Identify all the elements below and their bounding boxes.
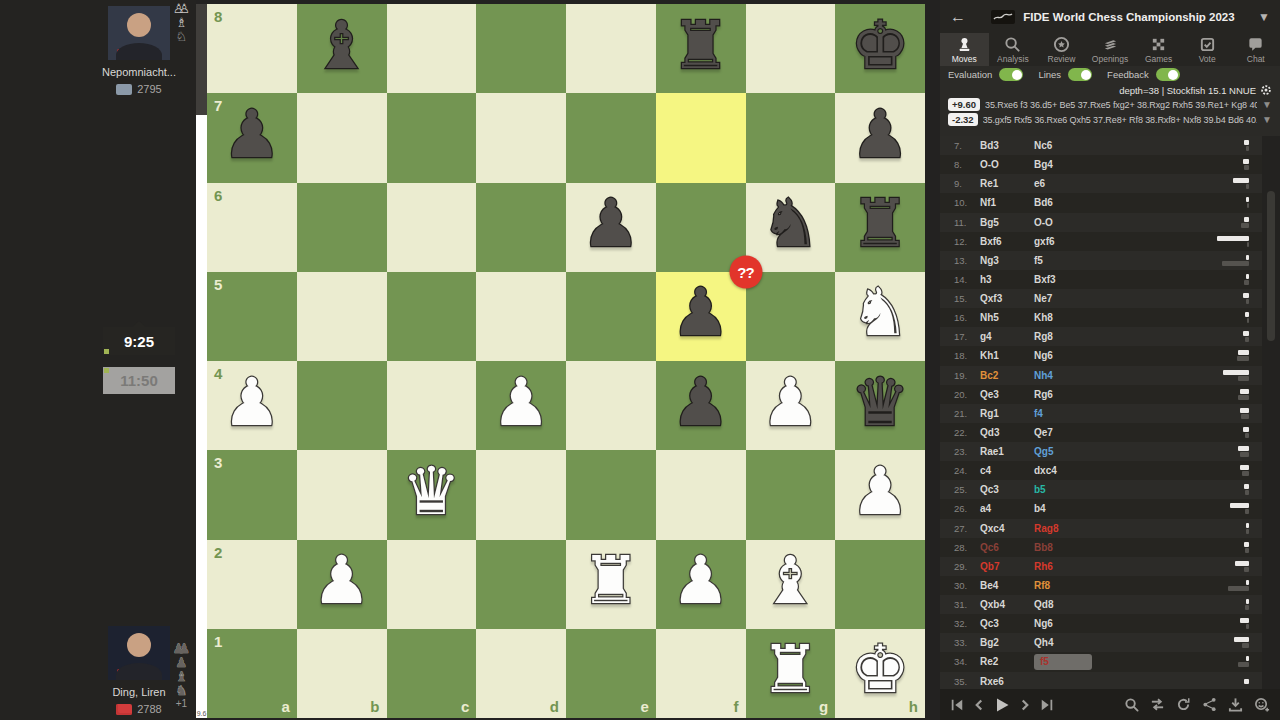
captured-bishop-icon: ♝ [176, 670, 188, 684]
move-time-bars [1246, 523, 1249, 534]
move-time-bars [1240, 618, 1249, 629]
evaluation-value: 9.6 [196, 710, 207, 717]
square-c5[interactable] [387, 272, 477, 361]
square-d4[interactable]: ♟ [476, 361, 566, 450]
next-move-button[interactable] [1019, 698, 1031, 712]
captured-black-tray: ♟♟ ♟ ♝ ♞ +1 [173, 642, 190, 709]
rank-label-2: 2 [214, 545, 222, 560]
black-king-h8[interactable]: ♚ [835, 1, 925, 90]
move-time-bars [1243, 293, 1249, 304]
square-f2[interactable]: ♟ [656, 540, 746, 629]
engine-line-1[interactable]: +9.60 35.Rxe6 f3 36.d5+ Be5 37.Rxe5 fxg2… [940, 97, 1280, 112]
white-pawn-a4[interactable]: ♟ [207, 358, 297, 447]
event-flag-icon [991, 10, 1015, 24]
file-label-c: c [461, 699, 469, 714]
black-move[interactable]: b5 [1034, 484, 1092, 495]
move-time-bars [1241, 217, 1249, 228]
move-time-bars [1243, 331, 1249, 342]
square-c1[interactable]: c [387, 629, 477, 718]
square-a7[interactable]: 7♟ [207, 93, 297, 182]
square-e7[interactable] [566, 93, 656, 182]
white-move[interactable]: Qb7 [980, 561, 1034, 572]
tab-chat[interactable]: Chat [1231, 33, 1280, 66]
move-row-17: 17.g4Rg8 [940, 327, 1280, 346]
player-top-rating: 2795 [137, 83, 161, 95]
chevron-down-icon[interactable]: ▼ [1252, 10, 1270, 24]
black-move[interactable]: e6 [1034, 178, 1092, 189]
square-h2[interactable] [835, 540, 925, 629]
black-pawn-h7[interactable]: ♟ [835, 90, 925, 179]
square-g3[interactable] [746, 450, 836, 539]
black-move[interactable]: Ng6 [1034, 350, 1092, 361]
move-time-bars [1245, 312, 1249, 323]
move-number: 28. [954, 542, 980, 553]
move-number: 8. [954, 159, 980, 170]
move-number: 14. [954, 274, 980, 285]
eval-badge: +9.60 [948, 98, 980, 111]
engine-line-moves: 35.gxf5 Rxf5 36.Rxe6 Qxh5 37.Re8+ Rf8 38… [983, 115, 1257, 125]
move-row-12: 12.Bxf6gxf6 [940, 232, 1280, 251]
square-d5[interactable] [476, 272, 566, 361]
white-move[interactable]: Qc6 [980, 542, 1034, 553]
white-move[interactable]: Be4 [980, 580, 1034, 591]
move-number: 18. [954, 350, 980, 361]
white-move[interactable]: Nh5 [980, 312, 1034, 323]
square-e1[interactable]: e [566, 629, 656, 718]
rank-label-8: 8 [214, 9, 222, 24]
square-e6[interactable]: ♟ [566, 183, 656, 272]
black-move[interactable]: b4 [1034, 503, 1092, 514]
material-advantage: +1 [176, 699, 187, 709]
move-number: 30. [954, 580, 980, 591]
black-move[interactable]: O-O [1034, 217, 1092, 228]
move-number: 31. [954, 599, 980, 610]
move-time-bars [1243, 159, 1249, 170]
move-time-bars [1238, 656, 1249, 667]
emoji-add-icon[interactable] [1254, 697, 1270, 713]
square-a8[interactable]: 8 [207, 4, 297, 93]
white-move[interactable]: Bg2 [980, 637, 1034, 648]
white-knight-h5[interactable]: ♞ [835, 269, 925, 358]
move-time-bars [1240, 408, 1249, 419]
move-row-20: 20.Qe3Rg6 [940, 385, 1280, 404]
move-time-bars [1217, 236, 1249, 247]
move-number: 12. [954, 236, 980, 247]
square-g4[interactable]: ♟ [746, 361, 836, 450]
evaluation-bar: 9.6 [196, 4, 207, 718]
black-move[interactable]: Kh8 [1034, 312, 1092, 323]
square-h3[interactable]: ♟ [835, 450, 925, 539]
square-h6[interactable]: ♜ [835, 183, 925, 272]
clock-indicator-dot [104, 368, 109, 373]
white-move[interactable]: Qxf3 [980, 293, 1034, 304]
black-move[interactable]: Ng6 [1034, 618, 1092, 629]
white-move[interactable]: Bc2 [980, 370, 1034, 381]
square-d6[interactable] [476, 183, 566, 272]
move-number: 23. [954, 446, 980, 457]
move-row-23: 23.Rae1Qg5 [940, 442, 1280, 461]
chess-app: GM Nepomniacht... 2795 ♙♙ ♗ ♘ 9:25 11:50… [0, 0, 1280, 720]
move-time-bars [1238, 389, 1249, 400]
move-time-bars [1246, 197, 1249, 208]
black-move[interactable]: f4 [1034, 408, 1092, 419]
black-move[interactable]: Bb8 [1034, 542, 1092, 553]
move-time-bars [1244, 679, 1249, 684]
move-number: 7. [954, 140, 980, 151]
move-number: 25. [954, 484, 980, 495]
chess-board[interactable]: 8♝♜♚7♟♟6♟♞♜5♟♞4♟♟♟♟♛3♛♟2♟♜♟♝1abcdefg♜h♚?… [207, 4, 925, 718]
move-number: 11. [954, 217, 980, 228]
file-label-f: f [734, 699, 739, 714]
move-row-29: 29.Qb7Rh6 [940, 557, 1280, 576]
square-e5[interactable] [566, 272, 656, 361]
move-time-bars [1235, 561, 1249, 572]
square-g8[interactable] [746, 4, 836, 93]
white-move[interactable]: Qc3 [980, 484, 1034, 495]
move-number: 16. [954, 312, 980, 323]
move-number: 35. [954, 676, 980, 687]
square-h1[interactable]: h♚ [835, 629, 925, 718]
white-move[interactable]: Bd3 [980, 140, 1034, 151]
file-label-e: e [640, 699, 648, 714]
white-rook-e2[interactable]: ♜ [566, 537, 656, 626]
white-pawn-d4[interactable]: ♟ [476, 358, 566, 447]
right-panel: ← FIDE World Chess Championship 2023 ▼ M… [940, 0, 1280, 720]
white-pawn-g4[interactable]: ♟ [746, 358, 836, 447]
square-d8[interactable] [476, 4, 566, 93]
move-time-bars [1238, 446, 1249, 457]
blunder-badge: ?? [729, 255, 762, 288]
play-button[interactable] [994, 697, 1010, 713]
square-g6[interactable]: ♞ [746, 183, 836, 272]
white-move[interactable]: Bxf6 [980, 236, 1034, 247]
square-f4[interactable]: ♟ [656, 361, 746, 450]
download-icon[interactable] [1228, 697, 1243, 712]
vote-check-icon [1199, 36, 1216, 53]
evaluation-toggle[interactable] [999, 68, 1023, 81]
white-move[interactable]: a4 [980, 503, 1034, 514]
rank-label-3: 3 [214, 455, 222, 470]
chevron-down-icon[interactable]: ▼ [1262, 99, 1272, 110]
panel-tabs: Moves Analysis Review Openings Games Vot… [940, 33, 1280, 66]
move-row-30: 30.Be4Rf8 [940, 576, 1280, 595]
captured-pawns-icon: ♟♟ [173, 642, 190, 656]
chevron-down-icon[interactable]: ▼ [1262, 114, 1272, 125]
rank-label-1: 1 [214, 634, 222, 649]
move-row-28: 28.Qc6Bb8 [940, 538, 1280, 557]
square-c6[interactable] [387, 183, 477, 272]
black-move[interactable]: Bg4 [1034, 159, 1092, 170]
captured-pawns-icon: ♙♙ [173, 2, 190, 16]
tab-review[interactable]: Review [1037, 33, 1086, 66]
white-queen-c3[interactable]: ♛ [387, 447, 477, 536]
captured-pawn-icon: ♟ [176, 656, 188, 670]
black-pawn-f4[interactable]: ♟ [656, 358, 746, 447]
square-f1[interactable]: f [656, 629, 746, 718]
zoom-button[interactable] [1124, 697, 1139, 712]
black-bishop-b8[interactable]: ♝ [297, 1, 387, 90]
move-number: 22. [954, 427, 980, 438]
square-c7[interactable] [387, 93, 477, 182]
grid-icon [1150, 36, 1167, 53]
gm-badge: GM [117, 669, 136, 680]
black-move[interactable]: gxf6 [1034, 236, 1092, 247]
square-b7[interactable] [297, 93, 387, 182]
clock-black: 9:25 [103, 327, 175, 355]
move-row-33: 33.Bg2Qh4 [940, 633, 1280, 652]
refresh-icon[interactable] [1176, 697, 1191, 712]
square-f8[interactable]: ♜ [656, 4, 746, 93]
black-move[interactable]: Qh4 [1034, 637, 1092, 648]
square-g5[interactable] [746, 272, 836, 361]
panel-header: ← FIDE World Chess Championship 2023 ▼ [940, 0, 1280, 33]
black-move[interactable]: Rf8 [1034, 580, 1092, 591]
eval-badge: -2.32 [948, 113, 978, 126]
move-number: 26. [954, 503, 980, 514]
move-time-bars [1237, 350, 1249, 361]
square-f5[interactable]: ♟ [656, 272, 746, 361]
black-move[interactable]: f5 [1034, 255, 1092, 266]
square-g2[interactable]: ♝ [746, 540, 836, 629]
engine-status: depth=38 | Stockfish 15.1 NNUE [1119, 85, 1256, 96]
black-move[interactable]: Nh4 [1034, 370, 1092, 381]
move-number: 19. [954, 370, 980, 381]
white-move[interactable]: Re1 [980, 178, 1034, 189]
white-king-h1[interactable]: ♚ [835, 626, 925, 715]
flip-board-button[interactable] [1150, 697, 1165, 712]
white-move[interactable]: Qxc4 [980, 523, 1034, 534]
square-d2[interactable] [476, 540, 566, 629]
scrollbar-thumb[interactable] [1267, 191, 1275, 341]
white-move[interactable]: Ng3 [980, 255, 1034, 266]
black-move[interactable]: dxc4 [1034, 465, 1092, 476]
square-a3[interactable]: 3 [207, 450, 297, 539]
square-h4[interactable]: ♛ [835, 361, 925, 450]
move-number: 24. [954, 465, 980, 476]
square-e3[interactable] [566, 450, 656, 539]
player-bottom-rating: 2788 [137, 703, 161, 715]
tab-analysis[interactable]: Analysis [989, 33, 1038, 66]
move-number: 33. [954, 637, 980, 648]
feedback-toggle[interactable] [1156, 68, 1180, 81]
square-f6[interactable] [656, 183, 746, 272]
black-move[interactable]: Bd6 [1034, 197, 1092, 208]
square-b8[interactable]: ♝ [297, 4, 387, 93]
black-move[interactable]: Rag8 [1034, 523, 1092, 534]
square-c3[interactable]: ♛ [387, 450, 477, 539]
black-move[interactable]: Rg8 [1034, 331, 1092, 342]
black-rook-h6[interactable]: ♜ [835, 180, 925, 269]
white-pawn-b2[interactable]: ♟ [297, 537, 387, 626]
move-row-21: 21.Rg1f4 [940, 404, 1280, 423]
magnifier-icon [1004, 36, 1021, 53]
square-b4[interactable] [297, 361, 387, 450]
square-b3[interactable] [297, 450, 387, 539]
tab-openings[interactable]: Openings [1086, 33, 1135, 66]
engine-line-2[interactable]: -2.32 35.gxf5 Rxf5 36.Rxe6 Qxh5 37.Re8+ … [940, 112, 1280, 127]
move-row-10: 10.Nf1Bd6 [940, 193, 1280, 212]
black-rook-f8[interactable]: ♜ [656, 1, 746, 90]
feedback-toggle-label: Feedback [1107, 69, 1149, 80]
white-move[interactable]: g4 [980, 331, 1034, 342]
black-knight-g6[interactable]: ♞ [746, 180, 836, 269]
move-row-26: 26.a4b4 [940, 499, 1280, 518]
black-move-selected[interactable]: f5 [1034, 654, 1092, 670]
gm-badge: GM [117, 49, 136, 60]
white-move[interactable]: Rxe6 [980, 676, 1034, 687]
square-h7[interactable]: ♟ [835, 93, 925, 182]
move-row-16: 16.Nh5Kh8 [940, 308, 1280, 327]
square-a2[interactable]: 2 [207, 540, 297, 629]
black-move[interactable]: Qe7 [1034, 427, 1092, 438]
previous-move-button[interactable] [973, 698, 985, 712]
white-move[interactable]: Qc3 [980, 618, 1034, 629]
square-b2[interactable]: ♟ [297, 540, 387, 629]
move-number: 29. [954, 561, 980, 572]
captured-bishop-icon: ♗ [176, 16, 188, 30]
black-queen-h4[interactable]: ♛ [835, 358, 925, 447]
move-time-bars [1222, 255, 1249, 266]
move-number: 9. [954, 178, 980, 189]
black-move[interactable]: Rg6 [1034, 389, 1092, 400]
move-time-bars [1244, 484, 1249, 495]
captured-knight-icon: ♞ [176, 684, 188, 698]
move-row-14: 14.h3Bxf3 [940, 270, 1280, 289]
square-a5[interactable]: 5 [207, 272, 297, 361]
move-row-15: 15.Qxf3Ne7 [940, 289, 1280, 308]
square-a6[interactable]: 6 [207, 183, 297, 272]
move-number: 13. [954, 255, 980, 266]
move-number: 10. [954, 197, 980, 208]
tab-games[interactable]: Games [1134, 33, 1183, 66]
white-move[interactable]: Rg1 [980, 408, 1034, 419]
black-move[interactable]: Qd8 [1034, 599, 1092, 610]
white-move[interactable]: Qxb4 [980, 599, 1034, 610]
black-pawn-a7[interactable]: ♟ [207, 90, 297, 179]
black-move[interactable]: Nc6 [1034, 140, 1092, 151]
move-row-7: 7.Bd3Nc6 [940, 136, 1280, 155]
move-row-19: 19.Bc2Nh4 [940, 366, 1280, 385]
square-b5[interactable] [297, 272, 387, 361]
captured-knight-icon: ♘ [176, 30, 188, 44]
move-time-bars [1230, 503, 1249, 514]
white-pawn-f2[interactable]: ♟ [656, 537, 746, 626]
file-label-d: d [550, 699, 559, 714]
player-top-name[interactable]: Nepomniacht... [76, 66, 202, 78]
move-row-11: 11.Bg5O-O [940, 213, 1280, 232]
engine-status-row: depth=38 | Stockfish 15.1 NNUE [940, 83, 1280, 97]
move-time-bars [1243, 427, 1249, 438]
move-time-bars [1233, 178, 1249, 189]
white-move[interactable]: Bg5 [980, 217, 1034, 228]
square-e8[interactable] [566, 4, 656, 93]
move-number: 21. [954, 408, 980, 419]
move-row-9: 9.Re1e6 [940, 174, 1280, 193]
skip-to-end-button[interactable] [1040, 698, 1054, 712]
white-pawn-h3[interactable]: ♟ [835, 447, 925, 536]
square-c2[interactable] [387, 540, 477, 629]
back-arrow-icon[interactable]: ← [950, 8, 974, 26]
scrollbar-track[interactable] [1262, 136, 1280, 689]
move-time-bars [1223, 370, 1249, 381]
white-move[interactable]: Nf1 [980, 197, 1034, 208]
white-move[interactable]: Qe3 [980, 389, 1034, 400]
square-a4[interactable]: 4♟ [207, 361, 297, 450]
bottom-toolbar [940, 689, 1280, 720]
star-circle-icon [1053, 36, 1070, 53]
move-row-18: 18.Kh1Ng6 [940, 346, 1280, 365]
move-row-31: 31.Qxb4Qd8 [940, 595, 1280, 614]
rank-label-6: 6 [214, 188, 222, 203]
square-e4[interactable] [566, 361, 656, 450]
move-row-8: 8.O-OBg4 [940, 155, 1280, 174]
white-rook-g1[interactable]: ♜ [746, 626, 836, 715]
square-f3[interactable] [656, 450, 746, 539]
square-b1[interactable]: b [297, 629, 387, 718]
black-move[interactable]: Qg5 [1034, 446, 1092, 457]
skip-to-start-button[interactable] [950, 698, 964, 712]
square-h5[interactable]: ♞ [835, 272, 925, 361]
square-h8[interactable]: ♚ [835, 4, 925, 93]
black-move[interactable]: Bxf3 [1034, 274, 1092, 285]
event-title: FIDE World Chess Championship 2023 [1023, 11, 1234, 23]
square-g7[interactable] [746, 93, 836, 182]
lines-toggle[interactable] [1068, 68, 1092, 81]
move-number: 17. [954, 331, 980, 342]
white-bishop-g2[interactable]: ♝ [746, 537, 836, 626]
white-move[interactable]: h3 [980, 274, 1034, 285]
move-number: 20. [954, 389, 980, 400]
white-move[interactable]: Rae1 [980, 446, 1034, 457]
flag-icon [116, 704, 132, 715]
square-d3[interactable] [476, 450, 566, 539]
square-c4[interactable] [387, 361, 477, 450]
black-move[interactable]: Rh6 [1034, 561, 1092, 572]
square-g1[interactable]: g♜ [746, 629, 836, 718]
tab-moves[interactable]: Moves [940, 33, 989, 66]
square-a1[interactable]: 1a [207, 629, 297, 718]
square-e2[interactable]: ♜ [566, 540, 656, 629]
player-top-avatar[interactable]: GM [108, 6, 170, 60]
move-list[interactable]: 7.Bd3Nc68.O-OBg49.Re1e610.Nf1Bd611.Bg5O-… [940, 136, 1280, 689]
tab-vote[interactable]: Vote [1183, 33, 1232, 66]
move-number: 32. [954, 618, 980, 629]
clock-indicator-dot [104, 349, 109, 354]
move-row-34: 34.Re2f5 [940, 652, 1280, 671]
move-time-bars [1244, 542, 1249, 553]
white-move[interactable]: Qd3 [980, 427, 1034, 438]
black-pawn-e6[interactable]: ♟ [566, 180, 656, 269]
file-label-a: a [281, 699, 289, 714]
share-icon[interactable] [1202, 697, 1217, 712]
left-sidebar: GM Nepomniacht... 2795 ♙♙ ♗ ♘ 9:25 11:50… [0, 0, 196, 720]
gear-icon[interactable] [1260, 84, 1272, 96]
square-d1[interactable]: d [476, 629, 566, 718]
square-f7[interactable] [656, 93, 746, 182]
player-bottom-avatar[interactable]: GM [108, 626, 170, 680]
square-c8[interactable] [387, 4, 477, 93]
white-move[interactable]: O-O [980, 159, 1034, 170]
black-move[interactable]: Ne7 [1034, 293, 1092, 304]
engine-toggles: Evaluation Lines Feedback [940, 66, 1280, 83]
file-label-b: b [370, 699, 379, 714]
square-b6[interactable] [297, 183, 387, 272]
white-move[interactable]: Re2 [980, 656, 1034, 667]
move-number: 27. [954, 523, 980, 534]
white-move[interactable]: Kh1 [980, 350, 1034, 361]
white-move[interactable]: c4 [980, 465, 1034, 476]
square-d7[interactable] [476, 93, 566, 182]
